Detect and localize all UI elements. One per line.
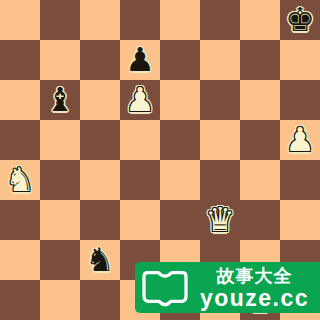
square-c2: ♞: [80, 240, 120, 280]
square-d3: [120, 200, 160, 240]
square-a6: [0, 80, 40, 120]
square-f7: [200, 40, 240, 80]
square-b3: [40, 200, 80, 240]
square-h7: [280, 40, 320, 80]
white-pawn-piece: ♟: [120, 80, 160, 120]
black-pawn-piece: ♟: [120, 40, 160, 80]
square-a4: ♞: [0, 160, 40, 200]
square-a1: [0, 280, 40, 320]
square-b8: [40, 0, 80, 40]
square-f6: [200, 80, 240, 120]
square-e4: [160, 160, 200, 200]
square-g6: [240, 80, 280, 120]
square-b2: [40, 240, 80, 280]
square-d8: [120, 0, 160, 40]
square-a5: [0, 120, 40, 160]
white-queen-piece: ♛: [200, 200, 240, 240]
square-e6: [160, 80, 200, 120]
square-e8: [160, 0, 200, 40]
square-c7: [80, 40, 120, 80]
square-h6: [280, 80, 320, 120]
square-h4: [280, 160, 320, 200]
square-e3: [160, 200, 200, 240]
square-b6: ♝: [40, 80, 80, 120]
square-d6: ♟: [120, 80, 160, 120]
square-c4: [80, 160, 120, 200]
square-d7: ♟: [120, 40, 160, 80]
square-b5: [40, 120, 80, 160]
square-c8: [80, 0, 120, 40]
square-b1: [40, 280, 80, 320]
square-h5: ♟: [280, 120, 320, 160]
square-a3: [0, 200, 40, 240]
open-book-icon: [139, 267, 191, 309]
square-g5: [240, 120, 280, 160]
white-knight-piece: ♞: [0, 160, 40, 200]
square-c6: [80, 80, 120, 120]
watermark-text: 故事大全 youze.cc: [191, 265, 320, 310]
square-c5: [80, 120, 120, 160]
watermark-line2: youze.cc: [200, 286, 309, 310]
square-h8: ♚: [280, 0, 320, 40]
black-king-piece: ♚: [280, 0, 320, 40]
square-g3: [240, 200, 280, 240]
white-pawn-piece: ♟: [280, 120, 320, 160]
square-f5: [200, 120, 240, 160]
square-f4: [200, 160, 240, 200]
square-b4: [40, 160, 80, 200]
square-a2: [0, 240, 40, 280]
square-e7: [160, 40, 200, 80]
black-knight-piece: ♞: [80, 240, 120, 280]
black-bishop-piece: ♝: [40, 80, 80, 120]
square-a8: [0, 0, 40, 40]
watermark: 故事大全 youze.cc: [135, 262, 320, 313]
square-d4: [120, 160, 160, 200]
square-f8: [200, 0, 240, 40]
square-e5: [160, 120, 200, 160]
square-c3: [80, 200, 120, 240]
square-d5: [120, 120, 160, 160]
square-f3: ♛: [200, 200, 240, 240]
square-h3: [280, 200, 320, 240]
square-g7: [240, 40, 280, 80]
square-b7: [40, 40, 80, 80]
square-c1: [80, 280, 120, 320]
watermark-line1: 故事大全: [217, 265, 293, 286]
chess-diagram: ♚♟♝♟♟♞♛♞♚ 故事大全 youze.cc: [0, 0, 320, 320]
square-a7: [0, 40, 40, 80]
square-g4: [240, 160, 280, 200]
square-g8: [240, 0, 280, 40]
